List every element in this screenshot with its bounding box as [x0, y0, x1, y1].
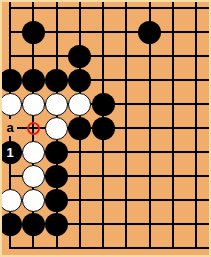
black-stone: [45, 141, 68, 164]
white-stone: [22, 165, 45, 188]
black-stone: [92, 117, 115, 140]
go-board-diagram: 1a: [0, 0, 211, 257]
circle-marker: [27, 122, 40, 135]
grid-line-horizontal: [9, 247, 211, 249]
white-stone: [45, 93, 68, 116]
grid-line-horizontal: [9, 55, 211, 57]
grid-line-vertical: [195, 2, 197, 249]
white-stone: [22, 93, 45, 116]
black-stone: [45, 189, 68, 212]
black-stone: [22, 213, 45, 236]
black-stone: [92, 93, 115, 116]
black-stone-move-1: 1: [0, 141, 22, 164]
frame-border: [0, 0, 2, 257]
black-stone: [22, 69, 45, 92]
black-stone: [138, 21, 161, 44]
point-label-a: a: [3, 119, 17, 136]
white-stone: [0, 93, 22, 116]
frame-border: [209, 0, 211, 257]
white-stone: [22, 141, 45, 164]
white-stone: [45, 117, 68, 140]
black-stone: [0, 69, 22, 92]
white-stone: [68, 93, 91, 116]
white-stone: [0, 189, 22, 212]
black-stone: [45, 213, 68, 236]
black-stone: [68, 45, 91, 68]
black-stone: [45, 165, 68, 188]
frame-border: [0, 0, 211, 2]
white-stone: [22, 189, 45, 212]
move-number-label: 1: [0, 141, 22, 164]
grid-line-vertical: [172, 2, 174, 249]
black-stone: [68, 117, 91, 140]
grid-line-vertical: [125, 2, 127, 249]
black-stone: [0, 213, 22, 236]
black-stone: [68, 69, 91, 92]
black-stone: [45, 69, 68, 92]
black-stone: [22, 21, 45, 44]
grid-line-horizontal: [9, 7, 211, 9]
